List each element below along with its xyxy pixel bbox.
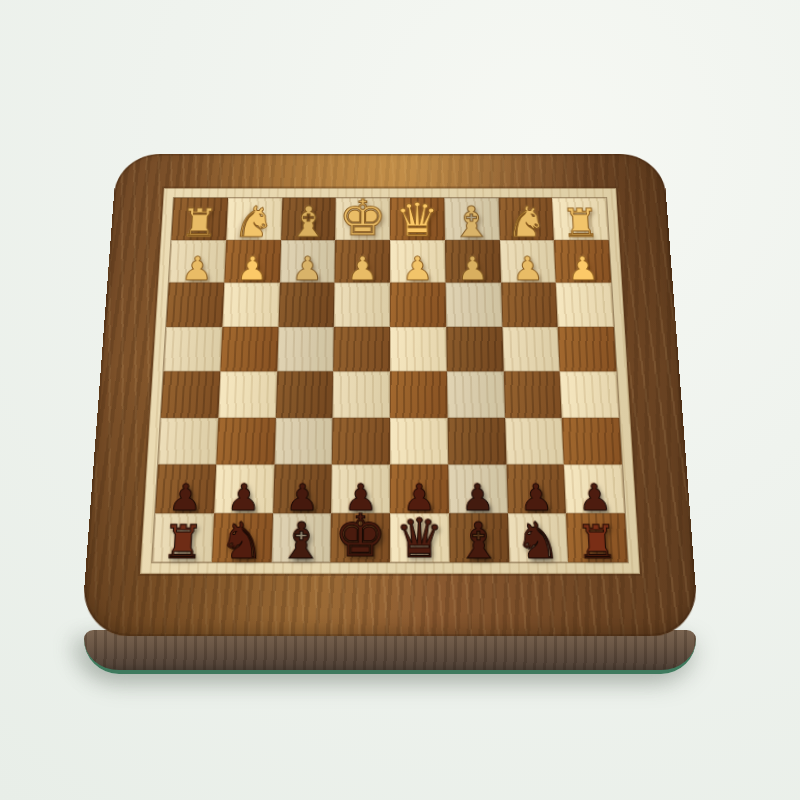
- chess-board-grid: ♜♞♝♚♛♝♞♜♟♟♟♟♟♟♟♟♟♟♟♟♟♟♟♟♜♞♝♚♛♝♞♜: [152, 198, 628, 562]
- square-r2c8[interactable]: ♟: [554, 240, 611, 283]
- square-r2c1[interactable]: ♟: [169, 240, 226, 283]
- square-r5c5[interactable]: [390, 371, 447, 417]
- black-queen-piece[interactable]: ♛: [395, 511, 444, 565]
- square-r2c3[interactable]: ♟: [279, 240, 335, 283]
- square-r4c3[interactable]: [277, 326, 334, 371]
- photo-scene: ♜♞♝♚♛♝♞♜♟♟♟♟♟♟♟♟♟♟♟♟♟♟♟♟♜♞♝♚♛♝♞♜: [0, 0, 800, 800]
- square-r1c5[interactable]: ♛: [390, 198, 445, 240]
- square-r4c6[interactable]: [446, 326, 503, 371]
- white-pawn-piece[interactable]: ♟: [457, 253, 489, 286]
- square-r1c4[interactable]: ♚: [335, 198, 390, 240]
- white-pawn-piece[interactable]: ♟: [181, 253, 214, 286]
- black-knight-piece[interactable]: ♞: [515, 515, 562, 565]
- square-r5c1[interactable]: [161, 371, 220, 417]
- square-r3c4[interactable]: [334, 283, 390, 327]
- square-r4c8[interactable]: [558, 326, 617, 371]
- white-pawn-piece[interactable]: ♟: [512, 253, 545, 286]
- white-bishop-piece[interactable]: ♝: [287, 200, 329, 242]
- square-r4c7[interactable]: [502, 326, 560, 371]
- square-r2c4[interactable]: ♟: [335, 240, 390, 283]
- white-queen-piece[interactable]: ♛: [395, 196, 440, 242]
- black-rook-piece[interactable]: ♜: [575, 519, 619, 565]
- white-pawn-piece[interactable]: ♟: [236, 253, 269, 286]
- square-r8c4[interactable]: ♚: [331, 513, 390, 562]
- square-r2c2[interactable]: ♟: [224, 240, 281, 283]
- square-r2c6[interactable]: ♟: [445, 240, 501, 283]
- square-r8c3[interactable]: ♝: [271, 513, 331, 562]
- square-r6c8[interactable]: [562, 417, 622, 464]
- square-r6c6[interactable]: [447, 417, 506, 464]
- square-r1c6[interactable]: ♝: [444, 198, 499, 240]
- square-r7c6[interactable]: ♟: [448, 464, 507, 512]
- square-r5c4[interactable]: [333, 371, 390, 417]
- chess-box-side-face: [84, 630, 696, 674]
- square-r4c5[interactable]: [390, 326, 447, 371]
- square-r8c6[interactable]: ♝: [449, 513, 509, 562]
- black-pawn-piece[interactable]: ♟: [168, 479, 203, 516]
- square-r4c1[interactable]: [164, 326, 223, 371]
- white-pawn-piece[interactable]: ♟: [402, 253, 434, 286]
- square-r6c7[interactable]: [505, 417, 564, 464]
- white-bishop-piece[interactable]: ♝: [451, 200, 493, 242]
- white-king-piece[interactable]: ♚: [338, 193, 386, 242]
- black-pawn-piece[interactable]: ♟: [577, 479, 612, 516]
- white-knight-piece[interactable]: ♞: [232, 200, 275, 242]
- square-r8c2[interactable]: ♞: [212, 513, 273, 562]
- square-r1c7[interactable]: ♞: [498, 198, 554, 240]
- square-r8c5[interactable]: ♛: [390, 513, 449, 562]
- square-r3c7[interactable]: [501, 283, 558, 327]
- maple-border: ♜♞♝♚♛♝♞♜♟♟♟♟♟♟♟♟♟♟♟♟♟♟♟♟♜♞♝♚♛♝♞♜: [140, 188, 640, 574]
- square-r1c2[interactable]: ♞: [226, 198, 282, 240]
- square-r5c2[interactable]: [218, 371, 277, 417]
- chess-box-top-face: ♜♞♝♚♛♝♞♜♟♟♟♟♟♟♟♟♟♟♟♟♟♟♟♟♜♞♝♚♛♝♞♜: [81, 154, 700, 637]
- black-bishop-piece[interactable]: ♝: [456, 515, 502, 565]
- black-bishop-piece[interactable]: ♝: [278, 515, 324, 565]
- square-r5c7[interactable]: [503, 371, 562, 417]
- square-r1c8[interactable]: ♜: [552, 198, 609, 240]
- square-r7c8[interactable]: ♟: [564, 464, 625, 512]
- square-r3c1[interactable]: [166, 283, 224, 327]
- square-r3c3[interactable]: [278, 283, 335, 327]
- square-r7c1[interactable]: ♟: [155, 464, 216, 512]
- square-r6c2[interactable]: [216, 417, 275, 464]
- square-r7c5[interactable]: ♟: [390, 464, 449, 512]
- white-pawn-piece[interactable]: ♟: [566, 253, 599, 286]
- square-r5c6[interactable]: [447, 371, 505, 417]
- black-knight-piece[interactable]: ♞: [219, 515, 266, 565]
- square-r7c7[interactable]: ♟: [506, 464, 566, 512]
- square-r8c8[interactable]: ♜: [566, 513, 628, 562]
- square-r5c3[interactable]: [275, 371, 333, 417]
- square-r7c2[interactable]: ♟: [214, 464, 274, 512]
- square-r1c1[interactable]: ♜: [171, 198, 228, 240]
- square-r5c8[interactable]: [560, 371, 619, 417]
- black-king-piece[interactable]: ♚: [334, 507, 387, 565]
- white-pawn-piece[interactable]: ♟: [347, 253, 379, 286]
- square-r4c2[interactable]: [220, 326, 278, 371]
- square-r3c8[interactable]: [556, 283, 614, 327]
- white-knight-piece[interactable]: ♞: [505, 200, 548, 242]
- square-r6c1[interactable]: [158, 417, 218, 464]
- square-r3c5[interactable]: [390, 283, 446, 327]
- square-r6c5[interactable]: [390, 417, 448, 464]
- square-r3c6[interactable]: [445, 283, 502, 327]
- square-r6c4[interactable]: [332, 417, 390, 464]
- square-r2c5[interactable]: ♟: [390, 240, 445, 283]
- walnut-frame: ♜♞♝♚♛♝♞♜♟♟♟♟♟♟♟♟♟♟♟♟♟♟♟♟♜♞♝♚♛♝♞♜: [81, 154, 700, 637]
- square-r1c3[interactable]: ♝: [281, 198, 336, 240]
- square-r7c3[interactable]: ♟: [273, 464, 332, 512]
- white-rook-piece[interactable]: ♜: [561, 203, 601, 242]
- black-rook-piece[interactable]: ♜: [161, 519, 205, 565]
- white-pawn-piece[interactable]: ♟: [291, 253, 323, 286]
- square-r8c1[interactable]: ♜: [152, 513, 214, 562]
- square-r2c7[interactable]: ♟: [499, 240, 556, 283]
- square-r6c3[interactable]: [274, 417, 333, 464]
- white-rook-piece[interactable]: ♜: [179, 203, 219, 242]
- square-r3c2[interactable]: [222, 283, 279, 327]
- square-r4c4[interactable]: [333, 326, 390, 371]
- square-r8c7[interactable]: ♞: [507, 513, 568, 562]
